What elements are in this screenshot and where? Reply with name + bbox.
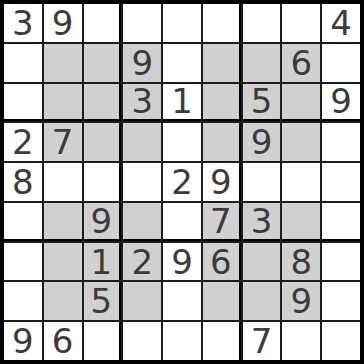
cell-r8c3[interactable]: 5 <box>84 282 122 320</box>
cell-r4c7[interactable]: 9 <box>243 123 281 161</box>
cell-r8c6[interactable] <box>203 282 241 320</box>
cell-r7c2[interactable] <box>44 243 82 281</box>
cell-r8c4[interactable] <box>123 282 161 320</box>
cell-r9c8[interactable] <box>282 322 320 360</box>
cell-r4c1[interactable]: 2 <box>4 123 42 161</box>
cell-r1c1[interactable]: 3 <box>4 4 42 42</box>
cell-r9c1[interactable]: 9 <box>4 322 42 360</box>
cell-r5c4[interactable] <box>123 163 161 201</box>
cell-r2c1[interactable] <box>4 44 42 82</box>
cell-r8c7[interactable] <box>243 282 281 320</box>
cell-r5c2[interactable] <box>44 163 82 201</box>
cell-r3c9[interactable]: 9 <box>322 84 360 122</box>
cell-r2c7[interactable] <box>243 44 281 82</box>
cell-r7c4[interactable]: 2 <box>123 243 161 281</box>
cell-r3c4[interactable]: 3 <box>123 84 161 122</box>
cell-r5c8[interactable] <box>282 163 320 201</box>
cell-r7c7[interactable] <box>243 243 281 281</box>
cell-r7c5[interactable]: 9 <box>163 243 201 281</box>
cell-r9c4[interactable] <box>123 322 161 360</box>
cell-r1c3[interactable] <box>84 4 122 42</box>
cell-r3c1[interactable] <box>4 84 42 122</box>
cell-r7c9[interactable] <box>322 243 360 281</box>
cell-r3c2[interactable] <box>44 84 82 122</box>
cell-r4c2[interactable]: 7 <box>44 123 82 161</box>
cell-r9c9[interactable] <box>322 322 360 360</box>
cell-r7c3[interactable]: 1 <box>84 243 122 281</box>
cell-r5c7[interactable] <box>243 163 281 201</box>
cell-r6c5[interactable] <box>163 203 201 241</box>
cell-r1c8[interactable] <box>282 4 320 42</box>
cell-r6c1[interactable] <box>4 203 42 241</box>
cell-r1c9[interactable]: 4 <box>322 4 360 42</box>
cell-r8c5[interactable] <box>163 282 201 320</box>
cell-r7c6[interactable]: 6 <box>203 243 241 281</box>
cell-r9c7[interactable]: 7 <box>243 322 281 360</box>
cell-r9c2[interactable]: 6 <box>44 322 82 360</box>
cell-r2c8[interactable]: 6 <box>282 44 320 82</box>
cell-r7c1[interactable] <box>4 243 42 281</box>
cell-r6c3[interactable]: 9 <box>84 203 122 241</box>
cell-r3c3[interactable] <box>84 84 122 122</box>
cell-r6c9[interactable] <box>322 203 360 241</box>
cell-r2c5[interactable] <box>163 44 201 82</box>
cell-r6c8[interactable] <box>282 203 320 241</box>
cell-r9c3[interactable] <box>84 322 122 360</box>
cell-r7c8[interactable]: 8 <box>282 243 320 281</box>
cell-r5c5[interactable]: 2 <box>163 163 201 201</box>
cell-r9c5[interactable] <box>163 322 201 360</box>
cell-r6c6[interactable]: 7 <box>203 203 241 241</box>
cell-r3c5[interactable]: 1 <box>163 84 201 122</box>
cell-r1c6[interactable] <box>203 4 241 42</box>
cell-r4c6[interactable] <box>203 123 241 161</box>
cell-r8c2[interactable] <box>44 282 82 320</box>
cell-r8c9[interactable] <box>322 282 360 320</box>
cell-r6c7[interactable]: 3 <box>243 203 281 241</box>
cell-r1c2[interactable]: 9 <box>44 4 82 42</box>
cell-r4c4[interactable] <box>123 123 161 161</box>
cell-r3c8[interactable] <box>282 84 320 122</box>
cell-r4c9[interactable] <box>322 123 360 161</box>
cell-r3c7[interactable]: 5 <box>243 84 281 122</box>
cell-r4c3[interactable] <box>84 123 122 161</box>
cell-r2c4[interactable]: 9 <box>123 44 161 82</box>
cell-r9c6[interactable] <box>203 322 241 360</box>
cell-r2c9[interactable] <box>322 44 360 82</box>
cell-r2c2[interactable] <box>44 44 82 82</box>
cell-r5c1[interactable]: 8 <box>4 163 42 201</box>
sudoku-board: 3949631592798299731296859967 <box>0 0 364 364</box>
cell-r1c4[interactable] <box>123 4 161 42</box>
cell-r8c1[interactable] <box>4 282 42 320</box>
cell-r6c4[interactable] <box>123 203 161 241</box>
cell-r1c7[interactable] <box>243 4 281 42</box>
cell-r6c2[interactable] <box>44 203 82 241</box>
cell-r2c6[interactable] <box>203 44 241 82</box>
cell-r8c8[interactable]: 9 <box>282 282 320 320</box>
cell-r4c5[interactable] <box>163 123 201 161</box>
cell-r5c3[interactable] <box>84 163 122 201</box>
cell-r3c6[interactable] <box>203 84 241 122</box>
cell-r5c9[interactable] <box>322 163 360 201</box>
cell-r1c5[interactable] <box>163 4 201 42</box>
cell-r2c3[interactable] <box>84 44 122 82</box>
cell-r5c6[interactable]: 9 <box>203 163 241 201</box>
cell-r4c8[interactable] <box>282 123 320 161</box>
